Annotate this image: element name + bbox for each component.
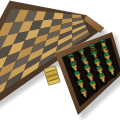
chess-set-product-photo: ♜♝♛♜♟♞♝♞♟♟♟♟♟♟♟♟♟♟♟♟: [0, 0, 120, 120]
chess-box-with-drawer: ♜♝♛♜♟♞♝♞♟♟♟♟♟♟♟♟♟♟♟♟: [0, 0, 120, 120]
board-square: [63, 13, 73, 19]
brass-plaque: [44, 66, 60, 86]
